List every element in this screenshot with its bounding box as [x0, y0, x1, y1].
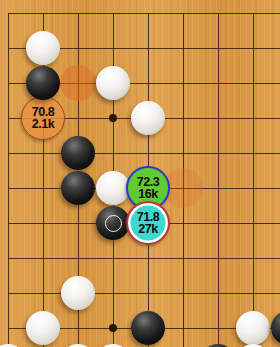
- white-stone-H10: [236, 311, 270, 345]
- white-stone-E16: [131, 101, 165, 135]
- board-grid: 70.82.1k72.316k71.827k: [0, 0, 280, 347]
- last-move-marker: [105, 215, 122, 232]
- candidate-move-B16[interactable]: 70.82.1k: [21, 96, 65, 140]
- candidate-visits: 27k: [138, 223, 158, 236]
- candidate-visits: 2.1k: [32, 118, 55, 131]
- white-stone-D14: [96, 171, 130, 205]
- black-stone-C14: [61, 171, 95, 205]
- white-stone-B10: [26, 311, 60, 345]
- white-stone-B18: [26, 31, 60, 65]
- black-stone-C15: [61, 136, 95, 170]
- heatmap-spot-C17: [60, 65, 96, 101]
- star-point-D16: [109, 114, 117, 122]
- white-stone-D17: [96, 66, 130, 100]
- star-point-D10: [109, 324, 117, 332]
- candidate-move-E13[interactable]: 71.827k: [126, 201, 170, 245]
- white-stone-C11: [61, 276, 95, 310]
- black-stone-J10: [271, 311, 280, 345]
- black-stone-E10: [131, 311, 165, 345]
- go-board[interactable]: 70.82.1k72.316k71.827k: [0, 0, 280, 347]
- black-stone-B17: [26, 66, 60, 100]
- black-stone-D13: [96, 206, 130, 240]
- candidate-visits: 16k: [138, 188, 158, 201]
